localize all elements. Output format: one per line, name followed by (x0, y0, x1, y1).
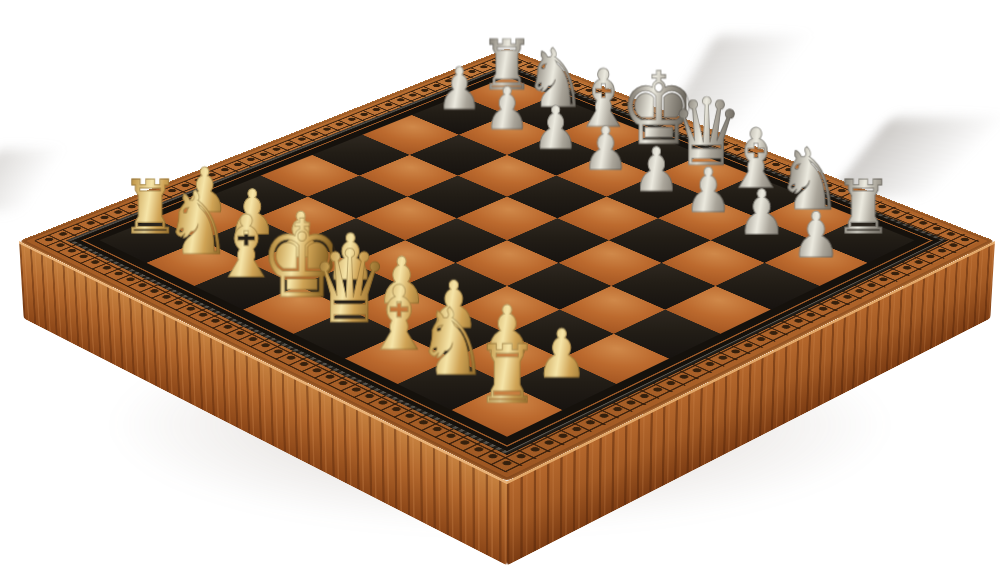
chess-scene: ♜♞♝♚♛♝♞♜♟♟♟♟♟♟♟♟♟♟♟♟♟♟♟♟♜♞♝♚♛♝♞♜ (0, 0, 1000, 566)
piece-black-pawn-h7[interactable]: ♟ (781, 204, 852, 267)
product-photo: ♜♞♝♚♛♝♞♜♟♟♟♟♟♟♟♟♟♟♟♟♟♟♟♟♜♞♝♚♛♝♞♜ (0, 0, 1000, 566)
piece-white-rook-h1[interactable]: ♜ (469, 334, 546, 414)
chess-case: ♜♞♝♚♛♝♞♜♟♟♟♟♟♟♟♟♟♟♟♟♟♟♟♟♜♞♝♚♛♝♞♜ (19, 48, 995, 481)
board-top: ♜♞♝♚♛♝♞♜♟♟♟♟♟♟♟♟♟♟♟♟♟♟♟♟♜♞♝♚♛♝♞♜ (19, 48, 995, 481)
